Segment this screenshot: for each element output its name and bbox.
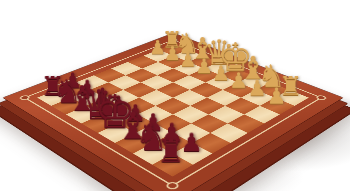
chess-set-photo: { "game": "chess", "scene": "Staunton wo… (0, 0, 350, 191)
chess-board: ♜♞♝♛♚♝♞♜♟♟♟♟♟♟♟♟♟♟♟♟♟♟♟♟♜♞♝♛♚♝♞♜ (3, 33, 342, 191)
chess-piece-glyph: ♜ (142, 135, 200, 165)
chess-piece-glyph: ♟ (252, 85, 301, 106)
scene: ♜♞♝♛♚♝♞♜♟♟♟♟♟♟♟♟♟♟♟♟♟♟♟♟♜♞♝♛♚♝♞♜ (0, 0, 350, 191)
